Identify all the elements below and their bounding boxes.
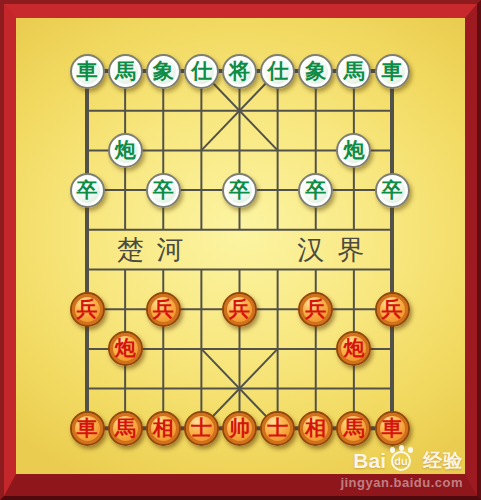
piece-black-炮-r2c7[interactable]: 炮 bbox=[336, 133, 371, 168]
piece-red-相-r9c2[interactable]: 相 bbox=[146, 411, 181, 446]
piece-red-兵-r6c6[interactable]: 兵 bbox=[298, 292, 333, 327]
piece-black-将-r0c4[interactable]: 将 bbox=[222, 54, 257, 89]
piece-red-馬-r9c7[interactable]: 馬 bbox=[336, 411, 371, 446]
baidu-paw-icon: du bbox=[390, 448, 416, 474]
piece-black-象-r0c6[interactable]: 象 bbox=[298, 54, 333, 89]
piece-red-士-r9c3[interactable]: 士 bbox=[184, 411, 219, 446]
piece-red-車-r9c0[interactable]: 車 bbox=[70, 411, 105, 446]
piece-black-卒-r3c8[interactable]: 卒 bbox=[375, 173, 410, 208]
piece-red-兵-r6c8[interactable]: 兵 bbox=[375, 292, 410, 327]
piece-black-卒-r3c6[interactable]: 卒 bbox=[298, 173, 333, 208]
piece-red-馬-r9c1[interactable]: 馬 bbox=[108, 411, 143, 446]
piece-black-卒-r3c2[interactable]: 卒 bbox=[146, 173, 181, 208]
baidu-logo: Bai du 经验 bbox=[340, 448, 463, 474]
watermark-url: jingyan.baidu.com bbox=[340, 475, 463, 490]
piece-black-卒-r3c0[interactable]: 卒 bbox=[70, 173, 105, 208]
xiangqi-board[interactable]: 楚河 汉界 車馬象仕将仕象馬車炮炮卒卒卒卒卒兵兵兵兵兵炮炮車馬相士帅士相馬車 bbox=[16, 18, 465, 474]
piece-red-兵-r6c0[interactable]: 兵 bbox=[70, 292, 105, 327]
piece-black-馬-r0c1[interactable]: 馬 bbox=[108, 54, 143, 89]
piece-black-車-r0c0[interactable]: 車 bbox=[70, 54, 105, 89]
baidu-logo-du: du bbox=[391, 451, 411, 471]
river-label-han-jie: 汉界 bbox=[284, 232, 377, 268]
piece-black-仕-r0c5[interactable]: 仕 bbox=[260, 54, 295, 89]
piece-red-炮-r7c7[interactable]: 炮 bbox=[336, 331, 371, 366]
baidu-jingyan-watermark: Bai du 经验 jingyan.baidu.com bbox=[340, 448, 463, 490]
piece-red-相-r9c6[interactable]: 相 bbox=[298, 411, 333, 446]
piece-red-兵-r6c2[interactable]: 兵 bbox=[146, 292, 181, 327]
piece-red-帅-r9c4[interactable]: 帅 bbox=[222, 411, 257, 446]
piece-red-車-r9c8[interactable]: 車 bbox=[375, 411, 410, 446]
river-label-chu-he: 楚河 bbox=[104, 232, 197, 268]
piece-black-仕-r0c3[interactable]: 仕 bbox=[184, 54, 219, 89]
baidu-logo-jingyan: 经验 bbox=[423, 448, 463, 474]
xiangqi-screenshot: 楚河 汉界 車馬象仕将仕象馬車炮炮卒卒卒卒卒兵兵兵兵兵炮炮車馬相士帅士相馬車 B… bbox=[0, 0, 481, 500]
piece-black-象-r0c2[interactable]: 象 bbox=[146, 54, 181, 89]
piece-black-卒-r3c4[interactable]: 卒 bbox=[222, 173, 257, 208]
baidu-logo-bai: Bai bbox=[353, 449, 386, 473]
piece-red-炮-r7c1[interactable]: 炮 bbox=[108, 331, 143, 366]
piece-black-炮-r2c1[interactable]: 炮 bbox=[108, 133, 143, 168]
piece-red-兵-r6c4[interactable]: 兵 bbox=[222, 292, 257, 327]
piece-black-馬-r0c7[interactable]: 馬 bbox=[336, 54, 371, 89]
board-frame: 楚河 汉界 車馬象仕将仕象馬車炮炮卒卒卒卒卒兵兵兵兵兵炮炮車馬相士帅士相馬車 bbox=[4, 4, 477, 496]
piece-red-士-r9c5[interactable]: 士 bbox=[260, 411, 295, 446]
piece-black-車-r0c8[interactable]: 車 bbox=[375, 54, 410, 89]
